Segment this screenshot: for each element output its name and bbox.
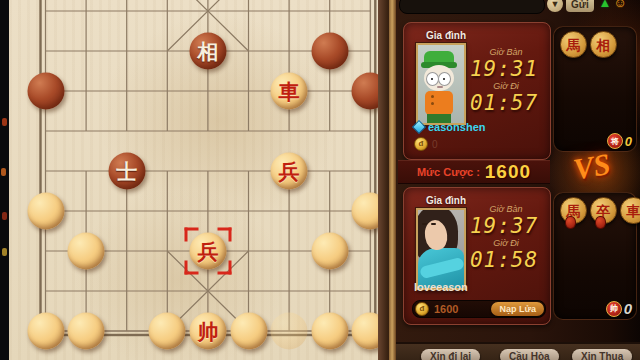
smiley-icon[interactable]: ☺ bbox=[612, 0, 628, 11]
piece-covered-c3r9[interactable] bbox=[149, 313, 186, 350]
piece-兵-c4r7[interactable]: 兵 bbox=[189, 233, 226, 270]
action-bar: Xin đi lại Cầu Hòa Xin Thua bbox=[396, 342, 640, 360]
coin-icon: đ bbox=[414, 137, 428, 151]
captured-piece-glyph: 馬 bbox=[567, 38, 581, 52]
opponent-avatar[interactable] bbox=[416, 43, 466, 125]
opponent-coins: 0 bbox=[432, 139, 438, 150]
panel-edge-trim bbox=[389, 0, 396, 360]
piece-glyph: 兵 bbox=[197, 241, 218, 262]
undo-button[interactable]: Xin đi lại bbox=[421, 349, 480, 360]
opponent-captured-pieces: 馬相 bbox=[560, 31, 617, 58]
coin-bar: đ 1600 Nạp Lửa bbox=[412, 300, 546, 318]
selection-bracket bbox=[184, 228, 198, 242]
piece-covered-c0r6[interactable] bbox=[27, 193, 64, 230]
piece-兵-c6r5[interactable]: 兵 bbox=[271, 153, 308, 190]
send-button[interactable]: Gửi bbox=[566, 0, 594, 12]
left-edge-cropped-ui bbox=[0, 0, 9, 360]
piece-covered-c6r9[interactable] bbox=[271, 313, 308, 350]
opponent-card: Gia đình Giờ Bàn 19:31 Giờ Đi 01:57 easo… bbox=[403, 22, 551, 160]
chat-dropdown-button[interactable]: ▼ bbox=[547, 0, 563, 12]
tassel-ornament bbox=[565, 216, 576, 229]
player-card: Gia đình Giờ Bàn 19:37 Giờ Đi 01:58 love… bbox=[403, 187, 551, 325]
draw-button[interactable]: Cầu Hòa bbox=[500, 349, 559, 360]
board-pieces-layer: 相車士兵兵帅 bbox=[9, 0, 395, 360]
player-avatar[interactable] bbox=[416, 208, 466, 290]
piece-covered-c7r9[interactable] bbox=[311, 313, 348, 350]
opponent-total-time: 19:31 bbox=[460, 57, 548, 81]
piece-士-c2r5[interactable]: 士 bbox=[108, 153, 145, 190]
piece-車-c6r3[interactable]: 車 bbox=[271, 73, 308, 110]
check-badge-value: 0 bbox=[624, 300, 632, 317]
piece-covered-c5r9[interactable] bbox=[230, 313, 267, 350]
rank-gem-icon bbox=[412, 120, 426, 134]
piece-glyph: 相 bbox=[197, 41, 218, 62]
piece-glyph: 兵 bbox=[279, 161, 300, 182]
coin-icon: đ bbox=[415, 302, 429, 316]
player-name: loveeason bbox=[414, 281, 468, 293]
captured-piece-相: 相 bbox=[590, 31, 617, 58]
piece-glyph: 士 bbox=[116, 161, 137, 182]
piece-帅-c4r9[interactable]: 帅 bbox=[189, 313, 226, 350]
xiangqi-board[interactable]: 相車士兵兵帅 bbox=[9, 0, 395, 360]
piece-covered-c1r9[interactable] bbox=[68, 313, 105, 350]
player-captured-pieces: 馬卒車 bbox=[560, 197, 640, 224]
opponent-avatar-image bbox=[418, 45, 464, 123]
opponent-name: easonshen bbox=[428, 121, 485, 133]
player-coins: 1600 bbox=[434, 303, 491, 315]
opponent-clan: Gia đình bbox=[426, 30, 466, 41]
selection-bracket bbox=[217, 261, 231, 275]
player-total-time-label: Giờ Bàn bbox=[466, 204, 546, 214]
player-avatar-image bbox=[418, 210, 464, 288]
piece-covered-c7r2[interactable] bbox=[311, 33, 348, 70]
captured-piece-glyph: 相 bbox=[597, 38, 611, 52]
selection-bracket bbox=[217, 228, 231, 242]
captured-piece-glyph: 車 bbox=[627, 204, 640, 218]
captured-piece-卒: 卒 bbox=[590, 197, 617, 224]
recharge-button[interactable]: Nạp Lửa bbox=[491, 302, 544, 316]
captured-piece-馬: 馬 bbox=[560, 197, 587, 224]
opponent-move-time: 01:57 bbox=[460, 91, 548, 115]
piece-covered-c7r7[interactable] bbox=[311, 233, 348, 270]
match-info-panel: ▼ Gửi ▲ ☺ Gia đình Giờ Bàn 19:31 Giờ Đi … bbox=[396, 0, 640, 360]
piece-glyph: 車 bbox=[279, 81, 300, 102]
captured-piece-車: 車 bbox=[620, 197, 640, 224]
selection-bracket bbox=[184, 261, 198, 275]
piece-covered-c1r7[interactable] bbox=[68, 233, 105, 270]
stake-label: Mức Cược : bbox=[417, 166, 480, 178]
player-move-time-label: Giờ Đi bbox=[466, 238, 546, 248]
chevron-down-icon: ▼ bbox=[551, 0, 560, 9]
resign-button[interactable]: Xin Thua bbox=[572, 349, 632, 360]
player-captured-tray: 馬卒車 帅 0 bbox=[553, 192, 637, 320]
opponent-total-time-label: Giờ Bàn bbox=[466, 47, 546, 57]
piece-glyph: 帅 bbox=[197, 321, 218, 342]
vs-flame-graphic: VS bbox=[571, 143, 633, 194]
opponent-move-time-label: Giờ Đi bbox=[466, 81, 546, 91]
player-clan: Gia đình bbox=[426, 195, 466, 206]
piece-相-c4r2[interactable]: 相 bbox=[189, 33, 226, 70]
chat-input[interactable] bbox=[399, 0, 545, 14]
piece-covered-c0r3[interactable] bbox=[27, 73, 64, 110]
tassel-ornament bbox=[595, 216, 606, 229]
opponent-captured-tray: 馬相 将 0 bbox=[553, 26, 637, 152]
player-total-time: 19:37 bbox=[460, 214, 548, 238]
captured-piece-馬: 馬 bbox=[560, 31, 587, 58]
player-move-time: 01:58 bbox=[460, 248, 548, 272]
piece-covered-c0r9[interactable] bbox=[27, 313, 64, 350]
check-badge-icon: 帅 bbox=[606, 301, 622, 317]
stake-value: 1600 bbox=[485, 161, 531, 183]
quick-phrase-icon[interactable]: ▲ bbox=[597, 0, 613, 11]
stake-banner: Mức Cược : 1600 bbox=[398, 160, 550, 184]
